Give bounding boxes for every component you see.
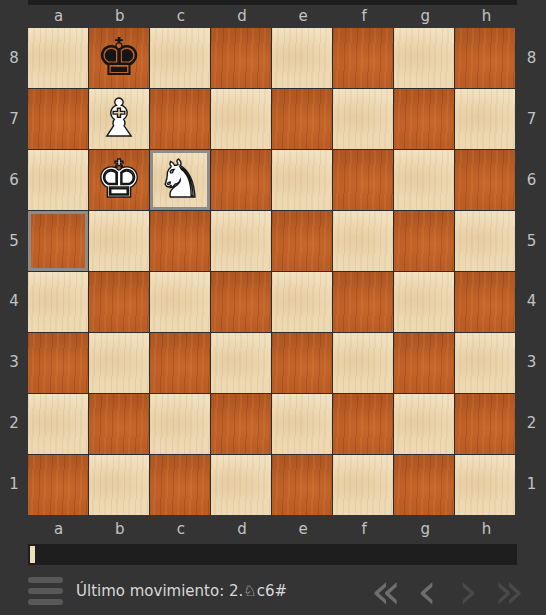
file-label-g: g (395, 5, 456, 27)
square-g8[interactable] (394, 28, 454, 88)
square-c1[interactable] (150, 455, 210, 515)
square-h7[interactable] (455, 89, 515, 149)
square-c6[interactable]: ♞ (150, 150, 210, 210)
move-seekbar[interactable] (28, 544, 517, 565)
square-c8[interactable] (150, 28, 210, 88)
rank-label-3: 3 (517, 332, 546, 393)
square-h1[interactable] (455, 455, 515, 515)
file-label-b: b (89, 517, 150, 541)
square-e3[interactable] (272, 333, 332, 393)
square-g4[interactable] (394, 272, 454, 332)
square-f3[interactable] (333, 333, 393, 393)
move-navigation: «‹›» (369, 568, 526, 614)
rank-label-5: 5 (0, 211, 28, 272)
menu-button[interactable] (28, 577, 63, 605)
square-e4[interactable] (272, 272, 332, 332)
square-f8[interactable] (333, 28, 393, 88)
square-h4[interactable] (455, 272, 515, 332)
square-a7[interactable] (28, 89, 88, 149)
seekbar-position-marker[interactable] (30, 546, 35, 563)
square-f1[interactable] (333, 455, 393, 515)
square-e8[interactable] (272, 28, 332, 88)
rank-label-2: 2 (0, 393, 28, 454)
file-label-a: a (28, 517, 89, 541)
square-b4[interactable] (89, 272, 149, 332)
square-g2[interactable] (394, 394, 454, 454)
file-label-c: c (150, 517, 211, 541)
square-a2[interactable] (28, 394, 88, 454)
square-d5[interactable] (211, 211, 271, 271)
previous-move-button[interactable]: ‹ (410, 568, 444, 614)
file-label-h: h (456, 5, 517, 27)
next-move-button[interactable]: › (451, 568, 485, 614)
square-h8[interactable] (455, 28, 515, 88)
square-g3[interactable] (394, 333, 454, 393)
file-label-c: c (150, 5, 211, 27)
square-h2[interactable] (455, 394, 515, 454)
square-g1[interactable] (394, 455, 454, 515)
rank-label-6: 6 (517, 150, 546, 211)
square-e7[interactable] (272, 89, 332, 149)
chess-app: abcdefgh 87654321 ♚♝♚♞ 87654321 abcdefgh… (0, 0, 546, 615)
chess-board: ♚♝♚♞ (28, 28, 515, 515)
square-f7[interactable] (333, 89, 393, 149)
square-a6[interactable] (28, 150, 88, 210)
file-label-e: e (273, 5, 334, 27)
square-b1[interactable] (89, 455, 149, 515)
piece-white-bishop[interactable]: ♝ (96, 92, 143, 144)
square-b3[interactable] (89, 333, 149, 393)
piece-white-knight[interactable]: ♞ (157, 153, 204, 205)
square-g7[interactable] (394, 89, 454, 149)
rank-label-8: 8 (517, 28, 546, 89)
square-c5[interactable] (150, 211, 210, 271)
square-d8[interactable] (211, 28, 271, 88)
square-e6[interactable] (272, 150, 332, 210)
file-label-g: g (395, 517, 456, 541)
square-b2[interactable] (89, 394, 149, 454)
piece-black-king[interactable]: ♚ (96, 31, 143, 83)
rank-label-7: 7 (0, 89, 28, 150)
control-bar: Último movimiento: 2.♘c6# «‹›» (0, 566, 546, 615)
last-move-button[interactable]: » (492, 568, 526, 614)
square-b7[interactable]: ♝ (89, 89, 149, 149)
square-g6[interactable] (394, 150, 454, 210)
last-move-label: Último movimiento: 2.♘c6# (76, 582, 287, 600)
square-c2[interactable] (150, 394, 210, 454)
square-c7[interactable] (150, 89, 210, 149)
rank-label-4: 4 (0, 272, 28, 333)
square-b8[interactable]: ♚ (89, 28, 149, 88)
square-a4[interactable] (28, 272, 88, 332)
square-a3[interactable] (28, 333, 88, 393)
rank-labels-left: 87654321 (0, 28, 28, 515)
square-h3[interactable] (455, 333, 515, 393)
file-label-b: b (89, 5, 150, 27)
square-f6[interactable] (333, 150, 393, 210)
hamburger-icon (28, 588, 63, 594)
rank-label-5: 5 (517, 211, 546, 272)
rank-label-1: 1 (517, 454, 546, 515)
file-label-h: h (456, 517, 517, 541)
square-d2[interactable] (211, 394, 271, 454)
file-label-f: f (334, 517, 395, 541)
rank-label-4: 4 (517, 272, 546, 333)
square-g5[interactable] (394, 211, 454, 271)
rank-label-3: 3 (0, 332, 28, 393)
square-f4[interactable] (333, 272, 393, 332)
square-f2[interactable] (333, 394, 393, 454)
file-label-f: f (334, 5, 395, 27)
piece-white-king[interactable]: ♚ (96, 153, 143, 205)
file-label-a: a (28, 5, 89, 27)
file-label-d: d (211, 517, 272, 541)
square-f5[interactable] (333, 211, 393, 271)
square-a5[interactable] (28, 211, 88, 271)
file-label-e: e (273, 517, 334, 541)
rank-label-6: 6 (0, 150, 28, 211)
square-c4[interactable] (150, 272, 210, 332)
square-d7[interactable] (211, 89, 271, 149)
square-d6[interactable] (211, 150, 271, 210)
file-labels-top: abcdefgh (28, 5, 517, 27)
first-move-button[interactable]: « (369, 568, 403, 614)
square-d3[interactable] (211, 333, 271, 393)
square-e5[interactable] (272, 211, 332, 271)
rank-label-2: 2 (517, 393, 546, 454)
hamburger-icon (28, 599, 63, 605)
rank-label-1: 1 (0, 454, 28, 515)
file-labels-bottom: abcdefgh (28, 517, 517, 541)
square-h5[interactable] (455, 211, 515, 271)
square-e2[interactable] (272, 394, 332, 454)
square-e1[interactable] (272, 455, 332, 515)
square-b6[interactable]: ♚ (89, 150, 149, 210)
rank-label-8: 8 (0, 28, 28, 89)
square-a8[interactable] (28, 28, 88, 88)
hamburger-icon (28, 577, 63, 583)
square-b5[interactable] (89, 211, 149, 271)
rank-label-7: 7 (517, 89, 546, 150)
square-a1[interactable] (28, 455, 88, 515)
square-c3[interactable] (150, 333, 210, 393)
square-d1[interactable] (211, 455, 271, 515)
square-d4[interactable] (211, 272, 271, 332)
file-label-d: d (211, 5, 272, 27)
square-h6[interactable] (455, 150, 515, 210)
rank-labels-right: 87654321 (517, 28, 546, 515)
